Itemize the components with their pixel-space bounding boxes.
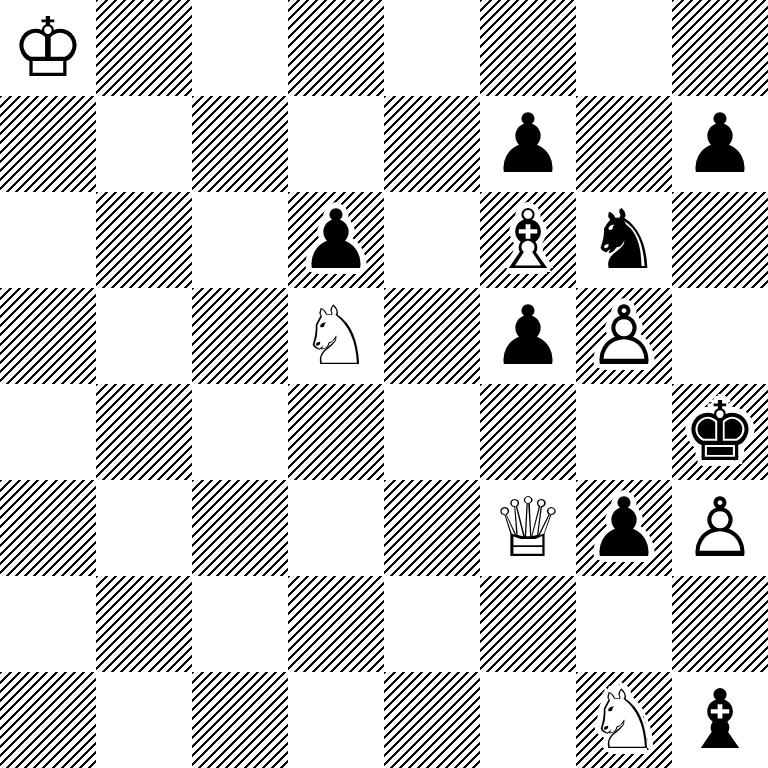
square-f2[interactable] <box>480 576 576 672</box>
black-knight-piece: ♞ <box>576 192 672 288</box>
square-b5[interactable] <box>96 288 192 384</box>
square-b3[interactable] <box>96 480 192 576</box>
white-bishop-piece: ♗ <box>480 192 576 288</box>
square-h2[interactable] <box>672 576 768 672</box>
square-f7[interactable]: ♟♟ <box>480 96 576 192</box>
square-d6[interactable]: ♟♟ <box>288 192 384 288</box>
square-f1[interactable] <box>480 672 576 768</box>
square-a2[interactable] <box>0 576 96 672</box>
square-b2[interactable] <box>96 576 192 672</box>
piece-halo: ♞ <box>576 192 672 288</box>
square-g2[interactable] <box>576 576 672 672</box>
square-a1[interactable] <box>0 672 96 768</box>
square-e1[interactable] <box>384 672 480 768</box>
square-f8[interactable] <box>480 0 576 96</box>
square-h6[interactable] <box>672 192 768 288</box>
piece-halo: ♞ <box>288 288 384 384</box>
square-d7[interactable] <box>288 96 384 192</box>
square-d8[interactable] <box>288 0 384 96</box>
square-b1[interactable] <box>96 672 192 768</box>
square-c8[interactable] <box>192 0 288 96</box>
black-pawn-piece: ♟ <box>672 96 768 192</box>
square-d3[interactable] <box>288 480 384 576</box>
piece-halo: ♟ <box>576 288 672 384</box>
square-a8[interactable]: ♚♔ <box>0 0 96 96</box>
square-d2[interactable] <box>288 576 384 672</box>
square-c2[interactable] <box>192 576 288 672</box>
piece-halo: ♝ <box>480 192 576 288</box>
square-d1[interactable] <box>288 672 384 768</box>
square-h7[interactable]: ♟♟ <box>672 96 768 192</box>
piece-halo: ♚ <box>0 0 96 96</box>
square-h4[interactable]: ♚♚ <box>672 384 768 480</box>
square-f5[interactable]: ♟♟ <box>480 288 576 384</box>
white-knight-piece: ♘ <box>288 288 384 384</box>
square-g3[interactable]: ♟♟ <box>576 480 672 576</box>
black-pawn-piece: ♟ <box>480 96 576 192</box>
black-pawn-piece: ♟ <box>288 192 384 288</box>
square-a5[interactable] <box>0 288 96 384</box>
piece-halo: ♟ <box>672 96 768 192</box>
black-king-piece: ♚ <box>672 384 768 480</box>
black-bishop-piece: ♝ <box>672 672 768 768</box>
square-c4[interactable] <box>192 384 288 480</box>
square-e3[interactable] <box>384 480 480 576</box>
square-a4[interactable] <box>0 384 96 480</box>
square-g7[interactable] <box>576 96 672 192</box>
black-pawn-piece: ♟ <box>576 480 672 576</box>
piece-halo: ♝ <box>672 672 768 768</box>
square-g4[interactable] <box>576 384 672 480</box>
white-king-piece: ♔ <box>0 0 96 96</box>
square-h8[interactable] <box>672 0 768 96</box>
white-queen-piece: ♕ <box>480 480 576 576</box>
square-f4[interactable] <box>480 384 576 480</box>
square-a3[interactable] <box>0 480 96 576</box>
square-a7[interactable] <box>0 96 96 192</box>
piece-halo: ♟ <box>576 480 672 576</box>
square-f3[interactable]: ♛♕ <box>480 480 576 576</box>
square-c6[interactable] <box>192 192 288 288</box>
piece-halo: ♟ <box>288 192 384 288</box>
square-d5[interactable]: ♞♘ <box>288 288 384 384</box>
square-d4[interactable] <box>288 384 384 480</box>
square-a6[interactable] <box>0 192 96 288</box>
white-pawn-piece: ♙ <box>576 288 672 384</box>
square-c5[interactable] <box>192 288 288 384</box>
square-e6[interactable] <box>384 192 480 288</box>
white-pawn-piece: ♙ <box>672 480 768 576</box>
square-b6[interactable] <box>96 192 192 288</box>
piece-halo: ♟ <box>480 288 576 384</box>
square-c1[interactable] <box>192 672 288 768</box>
square-h5[interactable] <box>672 288 768 384</box>
square-e2[interactable] <box>384 576 480 672</box>
square-g5[interactable]: ♟♙ <box>576 288 672 384</box>
square-b7[interactable] <box>96 96 192 192</box>
piece-halo: ♛ <box>480 480 576 576</box>
chess-board: ♚♔♟♟♟♟♟♟♝♗♞♞♞♘♟♟♟♙♚♚♛♕♟♟♟♙♞♘♝♝ <box>0 0 768 768</box>
piece-halo: ♟ <box>480 96 576 192</box>
square-h1[interactable]: ♝♝ <box>672 672 768 768</box>
square-b8[interactable] <box>96 0 192 96</box>
square-e4[interactable] <box>384 384 480 480</box>
white-knight-piece: ♘ <box>576 672 672 768</box>
square-c7[interactable] <box>192 96 288 192</box>
square-h3[interactable]: ♟♙ <box>672 480 768 576</box>
square-c3[interactable] <box>192 480 288 576</box>
square-g6[interactable]: ♞♞ <box>576 192 672 288</box>
black-pawn-piece: ♟ <box>480 288 576 384</box>
square-e5[interactable] <box>384 288 480 384</box>
square-g1[interactable]: ♞♘ <box>576 672 672 768</box>
square-b4[interactable] <box>96 384 192 480</box>
square-f6[interactable]: ♝♗ <box>480 192 576 288</box>
square-e8[interactable] <box>384 0 480 96</box>
square-e7[interactable] <box>384 96 480 192</box>
piece-halo: ♚ <box>672 384 768 480</box>
piece-halo: ♟ <box>672 480 768 576</box>
square-g8[interactable] <box>576 0 672 96</box>
piece-halo: ♞ <box>576 672 672 768</box>
